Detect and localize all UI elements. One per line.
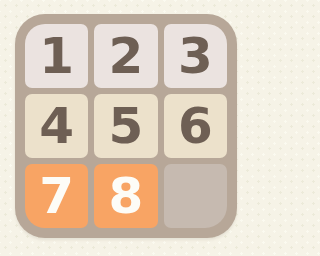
tile-6[interactable]: 6 [164, 94, 227, 158]
tile-3[interactable]: 3 [164, 24, 227, 88]
tile-8[interactable]: 8 [94, 164, 157, 228]
tile-4[interactable]: 4 [25, 94, 88, 158]
tile-2[interactable]: 2 [94, 24, 157, 88]
tile-1[interactable]: 1 [25, 24, 88, 88]
puzzle-board: 1 2 3 4 5 6 7 8 [25, 24, 227, 228]
tile-5[interactable]: 5 [94, 94, 157, 158]
tile-7[interactable]: 7 [25, 164, 88, 228]
empty-cell [164, 164, 227, 228]
puzzle-app-icon: 1 2 3 4 5 6 7 8 [15, 14, 237, 238]
